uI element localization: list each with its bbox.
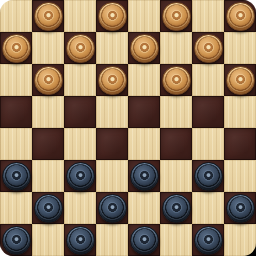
dark-blue-piece[interactable] <box>98 194 127 223</box>
dark-blue-piece[interactable] <box>130 162 159 191</box>
dark-blue-piece[interactable] <box>194 162 223 191</box>
square-e8 <box>128 0 160 32</box>
square-a7[interactable] <box>0 32 32 64</box>
square-b5 <box>32 96 64 128</box>
square-c6 <box>64 64 96 96</box>
square-h4[interactable] <box>224 128 256 160</box>
square-b4[interactable] <box>32 128 64 160</box>
square-a6 <box>0 64 32 96</box>
square-d7 <box>96 32 128 64</box>
square-d4[interactable] <box>96 128 128 160</box>
square-d2[interactable] <box>96 192 128 224</box>
square-h2[interactable] <box>224 192 256 224</box>
square-g3[interactable] <box>192 160 224 192</box>
dark-blue-piece[interactable] <box>66 162 95 191</box>
square-e5[interactable] <box>128 96 160 128</box>
light-wooden-piece[interactable] <box>2 34 31 63</box>
square-e6 <box>128 64 160 96</box>
square-h7 <box>224 32 256 64</box>
square-d3 <box>96 160 128 192</box>
square-f4[interactable] <box>160 128 192 160</box>
light-wooden-piece[interactable] <box>130 34 159 63</box>
square-b1 <box>32 224 64 256</box>
square-f7 <box>160 32 192 64</box>
square-g2 <box>192 192 224 224</box>
square-h1 <box>224 224 256 256</box>
light-wooden-piece[interactable] <box>194 34 223 63</box>
square-h8[interactable] <box>224 0 256 32</box>
square-e7[interactable] <box>128 32 160 64</box>
square-c1[interactable] <box>64 224 96 256</box>
square-a4 <box>0 128 32 160</box>
square-h5 <box>224 96 256 128</box>
light-wooden-piece[interactable] <box>226 2 255 31</box>
square-b3 <box>32 160 64 192</box>
light-wooden-piece[interactable] <box>226 66 255 95</box>
dark-blue-piece[interactable] <box>66 226 95 255</box>
square-g5[interactable] <box>192 96 224 128</box>
square-d1 <box>96 224 128 256</box>
square-f8[interactable] <box>160 0 192 32</box>
square-g1[interactable] <box>192 224 224 256</box>
square-f5 <box>160 96 192 128</box>
square-b8[interactable] <box>32 0 64 32</box>
dark-blue-piece[interactable] <box>162 194 191 223</box>
checkers-board <box>0 0 256 256</box>
light-wooden-piece[interactable] <box>162 2 191 31</box>
square-g4 <box>192 128 224 160</box>
square-h6[interactable] <box>224 64 256 96</box>
square-c8 <box>64 0 96 32</box>
dark-blue-piece[interactable] <box>34 194 63 223</box>
light-wooden-piece[interactable] <box>98 2 127 31</box>
square-d6[interactable] <box>96 64 128 96</box>
square-g7[interactable] <box>192 32 224 64</box>
light-wooden-piece[interactable] <box>66 34 95 63</box>
square-c3[interactable] <box>64 160 96 192</box>
square-d5 <box>96 96 128 128</box>
square-d8[interactable] <box>96 0 128 32</box>
square-f1 <box>160 224 192 256</box>
square-f2[interactable] <box>160 192 192 224</box>
light-wooden-piece[interactable] <box>34 66 63 95</box>
square-g6 <box>192 64 224 96</box>
light-wooden-piece[interactable] <box>34 2 63 31</box>
square-a8 <box>0 0 32 32</box>
square-b6[interactable] <box>32 64 64 96</box>
square-a3[interactable] <box>0 160 32 192</box>
dark-blue-piece[interactable] <box>2 226 31 255</box>
square-g8 <box>192 0 224 32</box>
square-a1[interactable] <box>0 224 32 256</box>
square-c2 <box>64 192 96 224</box>
square-c4 <box>64 128 96 160</box>
square-f6[interactable] <box>160 64 192 96</box>
square-b2[interactable] <box>32 192 64 224</box>
square-a2 <box>0 192 32 224</box>
square-a5[interactable] <box>0 96 32 128</box>
light-wooden-piece[interactable] <box>98 66 127 95</box>
dark-blue-piece[interactable] <box>130 226 159 255</box>
square-e3[interactable] <box>128 160 160 192</box>
square-e4 <box>128 128 160 160</box>
square-f3 <box>160 160 192 192</box>
square-e1[interactable] <box>128 224 160 256</box>
square-e2 <box>128 192 160 224</box>
square-b7 <box>32 32 64 64</box>
square-h3 <box>224 160 256 192</box>
square-c7[interactable] <box>64 32 96 64</box>
dark-blue-piece[interactable] <box>226 194 255 223</box>
dark-blue-piece[interactable] <box>194 226 223 255</box>
square-c5[interactable] <box>64 96 96 128</box>
light-wooden-piece[interactable] <box>162 66 191 95</box>
dark-blue-piece[interactable] <box>2 162 31 191</box>
